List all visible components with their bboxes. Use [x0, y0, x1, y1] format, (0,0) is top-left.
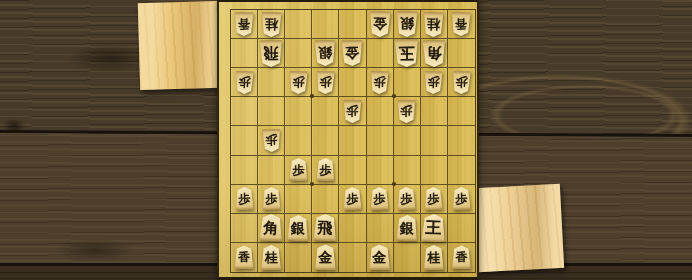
board-square[interactable]: 香 — [448, 243, 475, 272]
board-square[interactable] — [231, 97, 258, 126]
piece-wrap: 歩 — [370, 187, 389, 210]
piece-king-sente[interactable]: 王 — [421, 213, 447, 242]
board-square[interactable]: 金 — [367, 10, 394, 39]
board-square[interactable] — [285, 126, 312, 155]
star-point — [310, 94, 314, 98]
piece-bishop-sente[interactable]: 角 — [259, 214, 284, 242]
piece-pawn-gote[interactable]: 歩 — [424, 70, 444, 94]
board-square[interactable]: 桂 — [421, 10, 448, 39]
piece-lance-gote[interactable]: 香 — [451, 12, 471, 36]
piece-knight-gote[interactable]: 桂 — [260, 11, 281, 36]
board-square[interactable]: 香 — [231, 243, 258, 272]
piece-wrap: 銀 — [396, 215, 418, 241]
piece-wrap: 香 — [234, 245, 254, 269]
board-square[interactable]: 歩 — [312, 68, 339, 97]
board-square[interactable] — [339, 243, 366, 272]
piece-wrap: 歩 — [343, 187, 362, 210]
piece-king-gote[interactable]: 玉 — [394, 39, 419, 67]
board-square[interactable]: 玉 — [394, 39, 421, 68]
board-square[interactable]: 金 — [312, 243, 339, 272]
piece-rook-sente[interactable]: 飛 — [313, 214, 338, 242]
piece-pawn-sente[interactable]: 歩 — [234, 187, 253, 210]
board-square[interactable]: 歩 — [421, 68, 448, 97]
piece-wrap: 香 — [451, 12, 471, 36]
board-square[interactable] — [339, 10, 366, 39]
piece-wrap: 金 — [369, 244, 391, 270]
board-square[interactable] — [231, 126, 258, 155]
piece-stand-right — [474, 184, 564, 272]
board-square[interactable] — [285, 10, 312, 39]
board-square[interactable]: 歩 — [367, 185, 394, 214]
board-square[interactable]: 歩 — [421, 185, 448, 214]
piece-pawn-gote[interactable]: 歩 — [316, 70, 336, 94]
piece-wrap: 歩 — [316, 158, 335, 181]
piece-pawn-sente[interactable]: 歩 — [343, 187, 362, 210]
board-square[interactable] — [367, 39, 394, 68]
piece-wrap: 歩 — [235, 187, 254, 210]
piece-lance-sente[interactable]: 香 — [234, 245, 254, 269]
piece-wrap: 歩 — [289, 158, 308, 181]
piece-silver-gote[interactable]: 銀 — [314, 40, 336, 66]
board-square[interactable] — [231, 39, 258, 68]
piece-wrap: 歩 — [262, 129, 281, 152]
piece-bishop-gote[interactable]: 角 — [422, 39, 446, 66]
piece-knight-sente[interactable]: 桂 — [423, 245, 444, 270]
piece-wrap: 桂 — [261, 245, 282, 270]
piece-wrap: 香 — [234, 12, 254, 36]
piece-wrap: 角 — [422, 40, 446, 67]
piece-rook-gote[interactable]: 飛 — [259, 39, 283, 66]
board-square[interactable]: 銀 — [285, 214, 312, 243]
piece-stand-left — [138, 1, 220, 90]
board-square[interactable] — [231, 156, 258, 185]
piece-wrap: 歩 — [316, 71, 335, 94]
piece-wrap: 角 — [259, 214, 283, 241]
board-square[interactable] — [394, 243, 421, 272]
board-square[interactable]: 歩 — [394, 185, 421, 214]
piece-wrap: 飛 — [259, 40, 283, 67]
piece-pawn-sente[interactable]: 歩 — [289, 158, 308, 181]
board-square[interactable]: 銀 — [394, 10, 421, 39]
shogi-board: 香桂金銀桂香飛銀金玉角歩歩歩歩歩歩歩歩歩歩歩歩歩歩歩歩歩歩角銀飛銀王香桂金金桂香 — [217, 0, 479, 280]
board-square[interactable]: 歩 — [312, 156, 339, 185]
piece-silver-sente[interactable]: 銀 — [395, 214, 418, 241]
board-square[interactable] — [285, 185, 312, 214]
board-square[interactable]: 歩 — [258, 126, 285, 155]
piece-wrap: 桂 — [423, 245, 444, 270]
star-point — [392, 94, 396, 98]
board-square[interactable] — [394, 156, 421, 185]
board-square[interactable] — [448, 126, 475, 155]
board-square[interactable]: 香 — [231, 10, 258, 39]
board-square[interactable]: 銀 — [312, 39, 339, 68]
board-square[interactable] — [285, 243, 312, 272]
board-square[interactable] — [448, 156, 475, 185]
board-square[interactable] — [312, 10, 339, 39]
piece-wrap: 銀 — [314, 40, 336, 66]
piece-pawn-sente[interactable]: 歩 — [370, 187, 389, 210]
piece-wrap: 飛 — [313, 214, 337, 241]
piece-wrap: 桂 — [423, 12, 444, 37]
piece-pawn-gote[interactable]: 歩 — [370, 70, 390, 94]
board-square[interactable] — [339, 214, 366, 243]
board-square[interactable] — [367, 214, 394, 243]
board-square[interactable] — [312, 126, 339, 155]
board-square[interactable] — [285, 97, 312, 126]
board-square[interactable] — [367, 126, 394, 155]
board-square[interactable]: 銀 — [394, 214, 421, 243]
piece-wrap: 歩 — [262, 187, 281, 210]
piece-gold-gote[interactable]: 金 — [341, 40, 363, 66]
piece-wrap: 銀 — [396, 11, 418, 37]
piece-wrap: 歩 — [452, 71, 471, 94]
piece-knight-sente[interactable]: 桂 — [261, 245, 282, 270]
board-square[interactable] — [367, 156, 394, 185]
board-square[interactable] — [312, 97, 339, 126]
piece-silver-sente[interactable]: 銀 — [287, 214, 310, 241]
board-square[interactable]: 歩 — [367, 68, 394, 97]
piece-wrap: 玉 — [394, 39, 419, 67]
piece-wrap: 香 — [451, 245, 471, 269]
board-square[interactable]: 角 — [258, 214, 285, 243]
board-square[interactable]: 飛 — [258, 39, 285, 68]
piece-wrap: 金 — [341, 40, 363, 66]
board-square[interactable]: 歩 — [339, 185, 366, 214]
board-square[interactable]: 歩 — [448, 185, 475, 214]
board-grid: 香桂金銀桂香飛銀金玉角歩歩歩歩歩歩歩歩歩歩歩歩歩歩歩歩歩歩角銀飛銀王香桂金金桂香 — [230, 9, 476, 273]
piece-wrap: 歩 — [370, 71, 389, 94]
piece-wrap: 歩 — [235, 71, 254, 94]
piece-lance-sente[interactable]: 香 — [451, 245, 471, 269]
piece-gold-sente[interactable]: 金 — [369, 244, 391, 270]
piece-pawn-sente[interactable]: 歩 — [316, 158, 335, 181]
board-square[interactable]: 歩 — [339, 97, 366, 126]
piece-pawn-gote[interactable]: 歩 — [261, 129, 281, 153]
board-square[interactable] — [421, 126, 448, 155]
board-square[interactable] — [285, 39, 312, 68]
piece-wrap: 歩 — [424, 71, 443, 94]
piece-pawn-gote[interactable]: 歩 — [288, 70, 308, 94]
star-point — [392, 182, 396, 186]
board-square[interactable] — [367, 97, 394, 126]
piece-wrap: 王 — [421, 214, 446, 242]
board-square[interactable]: 香 — [448, 10, 475, 39]
piece-silver-gote[interactable]: 銀 — [396, 11, 418, 37]
board-square[interactable]: 桂 — [258, 243, 285, 272]
piece-wrap: 桂 — [261, 12, 282, 37]
board-square[interactable] — [394, 68, 421, 97]
star-point — [310, 182, 314, 186]
piece-wrap: 歩 — [424, 187, 443, 210]
piece-pawn-gote[interactable]: 歩 — [234, 70, 254, 94]
board-square[interactable]: 歩 — [258, 185, 285, 214]
board-square[interactable] — [339, 156, 366, 185]
piece-wrap: 歩 — [397, 100, 416, 123]
board-square[interactable]: 歩 — [231, 68, 258, 97]
piece-wrap: 歩 — [343, 100, 362, 123]
board-square[interactable]: 金 — [367, 243, 394, 272]
board-square[interactable] — [339, 68, 366, 97]
board-square[interactable]: 歩 — [231, 185, 258, 214]
board-square[interactable]: 金 — [339, 39, 366, 68]
board-square[interactable]: 歩 — [448, 68, 475, 97]
scene: 香桂金銀桂香飛銀金玉角歩歩歩歩歩歩歩歩歩歩歩歩歩歩歩歩歩歩角銀飛銀王香桂金金桂香 — [0, 0, 692, 280]
board-square[interactable] — [312, 185, 339, 214]
piece-gold-gote[interactable]: 金 — [368, 11, 390, 37]
board-square[interactable]: 飛 — [312, 214, 339, 243]
piece-knight-gote[interactable]: 桂 — [423, 11, 444, 36]
piece-pawn-gote[interactable]: 歩 — [452, 70, 472, 94]
piece-wrap: 歩 — [452, 187, 471, 210]
board-square[interactable] — [394, 126, 421, 155]
piece-wrap: 金 — [314, 244, 336, 270]
piece-pawn-sente[interactable]: 歩 — [397, 187, 416, 210]
board-square[interactable] — [231, 214, 258, 243]
board-square[interactable] — [421, 156, 448, 185]
piece-wrap: 歩 — [289, 71, 308, 94]
board-square[interactable] — [258, 68, 285, 97]
piece-pawn-sente[interactable]: 歩 — [424, 187, 443, 210]
piece-wrap: 歩 — [397, 187, 416, 210]
board-square[interactable] — [339, 126, 366, 155]
piece-gold-sente[interactable]: 金 — [314, 244, 336, 270]
board-square[interactable] — [448, 39, 475, 68]
piece-pawn-gote[interactable]: 歩 — [397, 100, 416, 123]
board-square[interactable]: 歩 — [285, 156, 312, 185]
piece-pawn-gote[interactable]: 歩 — [343, 100, 362, 123]
board-square[interactable] — [258, 156, 285, 185]
piece-wrap: 金 — [369, 11, 391, 37]
board-square[interactable] — [448, 97, 475, 126]
board-square[interactable] — [448, 214, 475, 243]
piece-lance-gote[interactable]: 香 — [234, 12, 254, 36]
piece-pawn-sente[interactable]: 歩 — [452, 187, 471, 210]
board-square[interactable] — [421, 97, 448, 126]
board-square[interactable] — [258, 97, 285, 126]
piece-pawn-sente[interactable]: 歩 — [261, 187, 280, 210]
piece-wrap: 銀 — [287, 215, 309, 241]
board-square[interactable]: 桂 — [258, 10, 285, 39]
board-square[interactable]: 歩 — [285, 68, 312, 97]
board-square[interactable]: 歩 — [394, 97, 421, 126]
board-square[interactable]: 角 — [421, 39, 448, 68]
board-square[interactable]: 桂 — [421, 243, 448, 272]
board-square[interactable]: 王 — [421, 214, 448, 243]
